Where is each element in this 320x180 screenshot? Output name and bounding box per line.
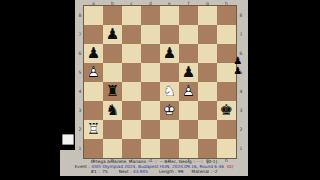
coord-rank-1-left: 1 bbox=[77, 146, 84, 151]
square-a5: ♟♙ bbox=[84, 63, 103, 82]
square-h7 bbox=[217, 25, 236, 44]
square-a1 bbox=[84, 139, 103, 158]
square-f8 bbox=[179, 6, 198, 25]
coord-rank-7-right: 7 bbox=[238, 32, 245, 37]
caption-segment: 43.905 bbox=[133, 170, 148, 174]
square-h8 bbox=[217, 6, 236, 25]
caption-segment: Event : bbox=[75, 165, 92, 169]
coord-file-b-bottom: b bbox=[103, 158, 122, 163]
caption-segment: Material : -2 bbox=[183, 170, 217, 174]
square-e1 bbox=[160, 139, 179, 158]
coord-file-e-bottom: e bbox=[160, 158, 179, 163]
coord-file-g-top: g bbox=[198, 1, 217, 6]
square-d4 bbox=[141, 82, 160, 101]
watermark-box bbox=[62, 134, 74, 145]
square-f2 bbox=[179, 120, 198, 139]
square-d5 bbox=[141, 63, 160, 82]
square-b3: ♞ bbox=[103, 101, 122, 120]
square-a3 bbox=[84, 101, 103, 120]
square-f5: ♟ bbox=[179, 63, 198, 82]
caption-segment: (D) bbox=[224, 165, 233, 169]
coord-file-c-bottom: c bbox=[122, 158, 141, 163]
caption-segment: 45th Olympiad 2024, Budapest HUN bbox=[91, 165, 169, 169]
coord-rank-4-left: 4 bbox=[77, 89, 84, 94]
coord-rank-6-right: 6 bbox=[238, 51, 245, 56]
square-h2 bbox=[217, 120, 236, 139]
coord-rank-2-right: 2 bbox=[238, 127, 245, 132]
piece-white-pawn-outline: ♙ bbox=[84, 63, 103, 82]
square-c3 bbox=[122, 101, 141, 120]
square-d3 bbox=[141, 101, 160, 120]
square-d7 bbox=[141, 25, 160, 44]
coord-rank-8-right: 8 bbox=[238, 13, 245, 18]
coord-file-f-bottom: f bbox=[179, 158, 198, 163]
square-g7 bbox=[198, 25, 217, 44]
coord-rank-5-right: 5 bbox=[238, 70, 245, 75]
square-d1 bbox=[141, 139, 160, 158]
caption-segment: , 2024.09.16, Round 6.46 bbox=[169, 165, 224, 169]
coord-file-g-bottom: g bbox=[198, 158, 217, 163]
square-f1 bbox=[179, 139, 198, 158]
square-e8 bbox=[160, 6, 179, 25]
square-h3: ♚ bbox=[217, 101, 236, 120]
square-a6: ♟ bbox=[84, 44, 103, 63]
coord-file-e-top: e bbox=[160, 1, 179, 6]
square-c7 bbox=[122, 25, 141, 44]
piece-black-pawn: ♟ bbox=[103, 25, 122, 44]
coord-rank-7-left: 7 bbox=[77, 32, 84, 37]
square-g6 bbox=[198, 44, 217, 63]
square-e2 bbox=[160, 120, 179, 139]
caption-segment: Next : bbox=[108, 170, 133, 174]
piece-black-rook: ♜ bbox=[103, 82, 122, 101]
pillarbox-inner-left bbox=[60, 0, 75, 150]
square-b1 bbox=[103, 139, 122, 158]
square-d2 bbox=[141, 120, 160, 139]
square-c5 bbox=[122, 63, 141, 82]
square-c1 bbox=[122, 139, 141, 158]
coord-rank-5-left: 5 bbox=[77, 70, 84, 75]
square-b7: ♟ bbox=[103, 25, 122, 44]
square-a2: ♜♖ bbox=[84, 120, 103, 139]
square-b8 bbox=[103, 6, 122, 25]
coord-file-f-top: f bbox=[179, 1, 198, 6]
square-f6 bbox=[179, 44, 198, 63]
coord-rank-1-right: 1 bbox=[238, 146, 245, 151]
square-e5 bbox=[160, 63, 179, 82]
square-c8 bbox=[122, 6, 141, 25]
square-e6: ♟ bbox=[160, 44, 179, 63]
coord-file-a-top: a bbox=[84, 1, 103, 6]
square-a4 bbox=[84, 82, 103, 101]
square-h4 bbox=[217, 82, 236, 101]
coord-file-a-bottom: a bbox=[84, 158, 103, 163]
square-d6 bbox=[141, 44, 160, 63]
coord-file-d-top: d bbox=[141, 1, 160, 6]
piece-black-pawn: ♟ bbox=[179, 63, 198, 82]
square-f3 bbox=[179, 101, 198, 120]
square-h1 bbox=[217, 139, 236, 158]
square-c6 bbox=[122, 44, 141, 63]
coord-rank-2-left: 2 bbox=[77, 127, 84, 132]
piece-white-king-outline: ♔ bbox=[160, 101, 179, 120]
square-c4 bbox=[122, 82, 141, 101]
square-d8 bbox=[141, 6, 160, 25]
square-b4: ♜ bbox=[103, 82, 122, 101]
square-g3 bbox=[198, 101, 217, 120]
coord-file-h-bottom: h bbox=[217, 158, 236, 163]
piece-white-rook-outline: ♖ bbox=[84, 120, 103, 139]
coord-rank-4-right: 4 bbox=[238, 89, 245, 94]
piece-white-pawn-outline: ♙ bbox=[179, 82, 198, 101]
square-b5 bbox=[103, 63, 122, 82]
coord-file-h-top: h bbox=[217, 1, 236, 6]
square-a7 bbox=[84, 25, 103, 44]
caption-stats: #1 : 75 Next : 43.905 Length : 99 Materi… bbox=[60, 170, 248, 175]
square-a8 bbox=[84, 6, 103, 25]
square-g2 bbox=[198, 120, 217, 139]
square-b6 bbox=[103, 44, 122, 63]
chess-board: ♟♟♟♟♙♟♜♞♘♟♙♞♚♔♚♜♖ bbox=[84, 6, 236, 158]
square-g8 bbox=[198, 6, 217, 25]
square-f7 bbox=[179, 25, 198, 44]
coord-rank-3-left: 3 bbox=[77, 108, 84, 113]
square-g5 bbox=[198, 63, 217, 82]
piece-black-pawn: ♟ bbox=[160, 44, 179, 63]
piece-black-pawn: ♟ bbox=[84, 44, 103, 63]
square-f4: ♟♙ bbox=[179, 82, 198, 101]
coord-file-d-bottom: d bbox=[141, 158, 160, 163]
coord-file-b-top: b bbox=[103, 1, 122, 6]
coord-file-c-top: c bbox=[122, 1, 141, 6]
video-frame: ♟♟♟♟♙♟♜♞♘♟♙♞♚♔♚♜♖ ♟♟ Ortega Amarelle, Ma… bbox=[0, 0, 320, 180]
square-e4: ♞♘ bbox=[160, 82, 179, 101]
piece-white-knight-outline: ♘ bbox=[160, 82, 179, 101]
square-e7 bbox=[160, 25, 179, 44]
coord-rank-3-right: 3 bbox=[238, 108, 245, 113]
square-g1 bbox=[198, 139, 217, 158]
caption-segment: #1 : 75 bbox=[90, 170, 107, 174]
square-b2 bbox=[103, 120, 122, 139]
coord-rank-6-left: 6 bbox=[77, 51, 84, 56]
piece-black-king: ♚ bbox=[217, 101, 236, 120]
coord-rank-8-left: 8 bbox=[77, 13, 84, 18]
caption-segment: Length : 99 bbox=[148, 170, 183, 174]
square-g4 bbox=[198, 82, 217, 101]
piece-black-knight: ♞ bbox=[103, 101, 122, 120]
square-c2 bbox=[122, 120, 141, 139]
square-e3: ♚♔ bbox=[160, 101, 179, 120]
